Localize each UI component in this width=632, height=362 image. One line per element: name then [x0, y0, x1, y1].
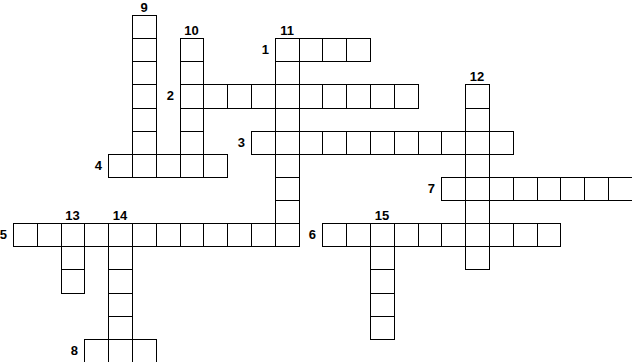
crossword-cell-r3c8[interactable]	[203, 84, 228, 109]
crossword-cell-r5c10[interactable]	[251, 131, 276, 155]
crossword-cell-r6c6[interactable]	[156, 154, 181, 178]
crossword-cell-r6c19[interactable]	[465, 154, 490, 178]
clue-number-12-down: 12	[465, 70, 489, 84]
crossword-cell-r3c11[interactable]	[275, 84, 300, 109]
crossword-cell-r2c11[interactable]	[275, 61, 300, 85]
crossword-cell-r9c1[interactable]	[37, 223, 62, 247]
crossword-cell-r7c20[interactable]	[489, 177, 514, 201]
crossword-cell-r5c19[interactable]	[465, 131, 490, 155]
crossword-cell-r13c4[interactable]	[108, 316, 133, 340]
crossword-cell-r7c25[interactable]	[608, 177, 632, 201]
clue-number-4-across: 4	[66, 159, 102, 173]
clue-number-11-down: 11	[275, 24, 299, 38]
crossword-cell-r9c18[interactable]	[441, 223, 466, 247]
crossword-cell-r3c14[interactable]	[346, 84, 371, 109]
crossword-cell-r13c15[interactable]	[370, 316, 395, 340]
crossword-cell-r8c11[interactable]	[275, 200, 300, 224]
crossword-cell-r7c24[interactable]	[584, 177, 609, 201]
crossword-cell-r5c17[interactable]	[418, 131, 442, 155]
crossword-cell-r14c5[interactable]	[132, 339, 157, 362]
crossword-cell-r7c23[interactable]	[560, 177, 585, 201]
crossword-cell-r3c16[interactable]	[394, 84, 419, 109]
crossword-cell-r9c10[interactable]	[251, 223, 276, 247]
crossword-cell-r3c12[interactable]	[299, 84, 323, 109]
crossword-cell-r9c3[interactable]	[84, 223, 109, 247]
crossword-cell-r9c16[interactable]	[394, 223, 419, 247]
crossword-cell-r9c14[interactable]	[346, 223, 371, 247]
clue-number-3-across: 3	[209, 136, 245, 150]
crossword-cell-r14c3[interactable]	[84, 339, 109, 362]
clue-number-6-across: 6	[280, 228, 316, 242]
crossword-cell-r9c21[interactable]	[513, 223, 538, 247]
crossword-cell-r10c2[interactable]	[61, 246, 85, 270]
crossword-cell-r3c13[interactable]	[322, 84, 347, 109]
crossword-cell-r10c19[interactable]	[465, 246, 490, 270]
crossword-cell-r7c18[interactable]	[441, 177, 466, 201]
crossword-cell-r9c15[interactable]	[370, 223, 395, 247]
crossword-cell-r10c15[interactable]	[370, 246, 395, 270]
crossword-cell-r1c7[interactable]	[180, 38, 204, 62]
crossword-cell-r9c0[interactable]	[13, 223, 38, 247]
crossword-cell-r11c2[interactable]	[61, 269, 85, 294]
clue-number-2-across: 2	[138, 89, 174, 103]
crossword-cell-r7c19[interactable]	[465, 177, 490, 201]
clue-number-15-down: 15	[370, 209, 394, 223]
clue-number-9-down: 9	[132, 1, 156, 15]
clue-number-14-down: 14	[108, 209, 132, 223]
crossword-cell-r5c18[interactable]	[441, 131, 466, 155]
crossword-cell-r9c19[interactable]	[465, 223, 490, 247]
crossword-cell-r9c22[interactable]	[537, 223, 561, 247]
clue-number-5-across: 5	[0, 228, 7, 242]
crossword-cell-r3c9[interactable]	[227, 84, 252, 109]
crossword-cell-r4c19[interactable]	[465, 108, 490, 132]
crossword-cell-r4c7[interactable]	[180, 108, 204, 132]
crossword-cell-r9c8[interactable]	[203, 223, 228, 247]
crossword-cell-r7c22[interactable]	[537, 177, 561, 201]
crossword-cell-r5c11[interactable]	[275, 131, 300, 155]
crossword-cell-r9c17[interactable]	[418, 223, 442, 247]
crossword-board: 123456789101112131415	[0, 0, 632, 362]
crossword-cell-r11c15[interactable]	[370, 269, 395, 294]
crossword-cell-r3c19[interactable]	[465, 84, 490, 109]
clue-number-13-down: 13	[61, 209, 84, 223]
clue-number-10-down: 10	[180, 24, 203, 38]
crossword-cell-r9c7[interactable]	[180, 223, 204, 247]
crossword-cell-r7c21[interactable]	[513, 177, 538, 201]
crossword-cell-r6c7[interactable]	[180, 154, 204, 178]
crossword-cell-r3c7[interactable]	[180, 84, 204, 109]
crossword-cell-r5c20[interactable]	[489, 131, 514, 155]
crossword-cell-r14c4[interactable]	[108, 339, 133, 362]
crossword-cell-r1c13[interactable]	[322, 38, 347, 62]
crossword-cell-r3c10[interactable]	[251, 84, 276, 109]
clue-number-1-across: 1	[233, 43, 269, 57]
crossword-cell-r9c13[interactable]	[322, 223, 347, 247]
crossword-cell-r9c5[interactable]	[132, 223, 157, 247]
crossword-cell-r5c16[interactable]	[394, 131, 419, 155]
crossword-cell-r2c7[interactable]	[180, 61, 204, 85]
crossword-cell-r9c2[interactable]	[61, 223, 85, 247]
crossword-cell-r6c11[interactable]	[275, 154, 300, 178]
crossword-cell-r6c4[interactable]	[108, 154, 133, 178]
clue-number-8-across: 8	[42, 344, 78, 358]
crossword-cell-r9c9[interactable]	[227, 223, 252, 247]
crossword-cell-r5c5[interactable]	[132, 131, 157, 155]
crossword-cell-r1c12[interactable]	[299, 38, 323, 62]
crossword-cell-r12c4[interactable]	[108, 293, 133, 317]
crossword-cell-r6c8[interactable]	[203, 154, 228, 178]
crossword-cell-r6c5[interactable]	[132, 154, 157, 178]
crossword-cell-r5c13[interactable]	[322, 131, 347, 155]
crossword-cell-r1c5[interactable]	[132, 38, 157, 62]
crossword-cell-r5c14[interactable]	[346, 131, 371, 155]
crossword-cell-r3c15[interactable]	[370, 84, 395, 109]
crossword-cell-r5c12[interactable]	[299, 131, 323, 155]
crossword-cell-r7c11[interactable]	[275, 177, 300, 201]
crossword-cell-r4c5[interactable]	[132, 108, 157, 132]
crossword-cell-r1c11[interactable]	[275, 38, 300, 62]
crossword-cell-r0c5[interactable]	[132, 15, 157, 39]
crossword-cell-r11c4[interactable]	[108, 269, 133, 294]
crossword-cell-r2c5[interactable]	[132, 61, 157, 85]
crossword-cell-r5c7[interactable]	[180, 131, 204, 155]
crossword-cell-r9c6[interactable]	[156, 223, 181, 247]
crossword-cell-r10c4[interactable]	[108, 246, 133, 270]
clue-number-7-across: 7	[399, 182, 435, 196]
crossword-cell-r5c15[interactable]	[370, 131, 395, 155]
crossword-cell-r9c20[interactable]	[489, 223, 514, 247]
crossword-cell-r1c14[interactable]	[346, 38, 371, 62]
crossword-cell-r12c15[interactable]	[370, 293, 395, 317]
crossword-cell-r4c11[interactable]	[275, 108, 300, 132]
crossword-cell-r9c4[interactable]	[108, 223, 133, 247]
crossword-cell-r8c19[interactable]	[465, 200, 490, 224]
